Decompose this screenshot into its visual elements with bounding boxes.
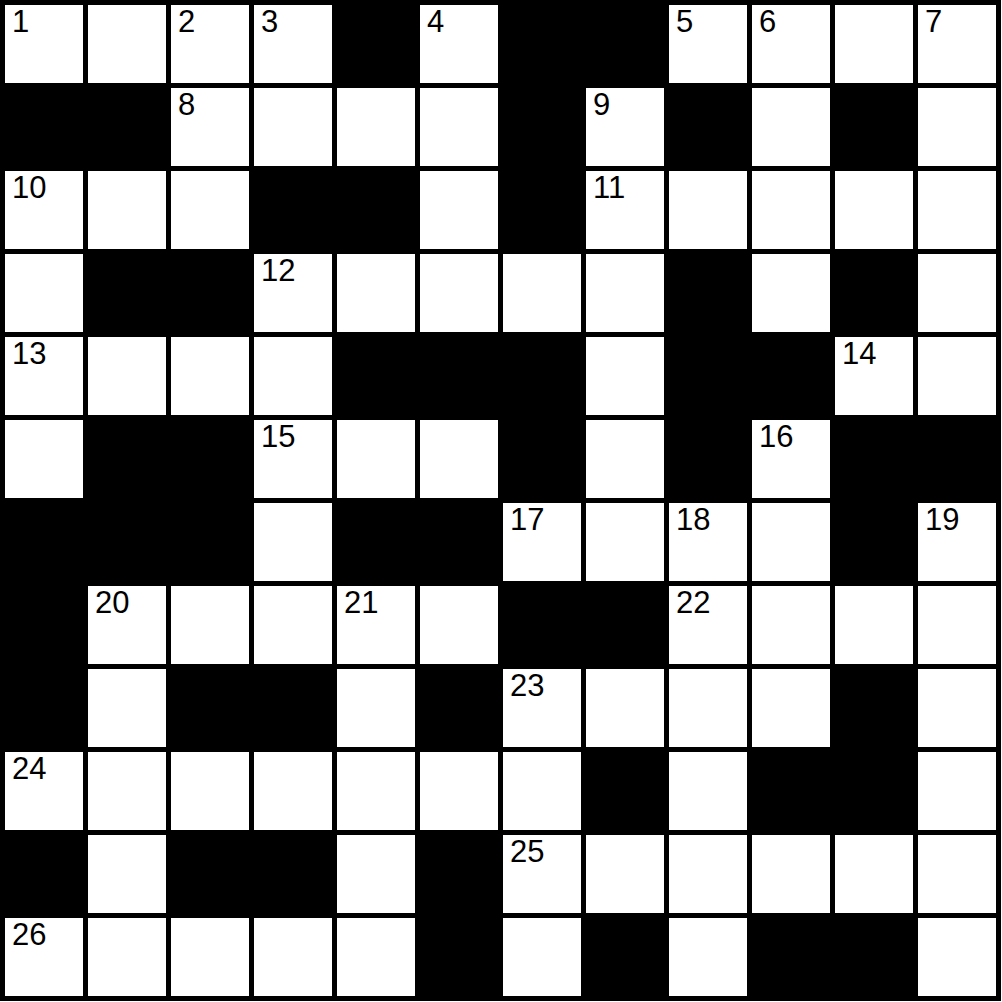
block-cell-r5-c1 (88, 420, 166, 498)
grid-cell-r0-c5[interactable]: 4 (420, 5, 498, 83)
block-cell-r1-c6 (503, 88, 581, 166)
block-cell-r8-c2 (171, 669, 249, 747)
clue-number-4: 4 (427, 6, 444, 39)
block-cell-r10-c5 (420, 835, 498, 913)
block-cell-r8-c10 (835, 669, 913, 747)
grid-cell-r3-c6[interactable] (503, 254, 581, 332)
block-cell-r4-c6 (503, 337, 581, 415)
block-cell-r5-c8 (669, 420, 747, 498)
clue-number-1: 1 (12, 6, 29, 39)
grid-cell-r9-c4[interactable] (337, 752, 415, 830)
block-cell-r6-c4 (337, 503, 415, 581)
clue-number-11: 11 (593, 172, 625, 205)
block-cell-r10-c3 (254, 835, 332, 913)
grid-cell-r3-c11[interactable] (918, 254, 996, 332)
clue-number-17: 17 (510, 504, 544, 537)
grid-cell-r5-c4[interactable] (337, 420, 415, 498)
block-cell-r7-c0 (5, 586, 83, 664)
grid-cell-r4-c10[interactable]: 14 (835, 337, 913, 415)
clue-number-15: 15 (261, 421, 295, 454)
grid-cell-r8-c4[interactable] (337, 669, 415, 747)
block-cell-r3-c2 (171, 254, 249, 332)
grid-cell-r2-c5[interactable] (420, 171, 498, 249)
block-cell-r2-c3 (254, 171, 332, 249)
clue-number-26: 26 (12, 919, 46, 952)
grid-cell-r4-c7[interactable] (586, 337, 664, 415)
grid-cell-r11-c6[interactable] (503, 918, 581, 996)
grid-cell-r0-c11[interactable]: 7 (918, 5, 996, 83)
grid-cell-r7-c5[interactable] (420, 586, 498, 664)
grid-cell-r5-c7[interactable] (586, 420, 664, 498)
grid-cell-r3-c7[interactable] (586, 254, 664, 332)
grid-cell-r0-c1[interactable] (88, 5, 166, 83)
grid-cell-r2-c10[interactable] (835, 171, 913, 249)
clue-number-25: 25 (510, 836, 544, 869)
grid-cell-r4-c0[interactable]: 13 (5, 337, 83, 415)
grid-cell-r2-c8[interactable] (669, 171, 747, 249)
grid-cell-r1-c7[interactable]: 9 (586, 88, 664, 166)
grid-cell-r2-c1[interactable] (88, 171, 166, 249)
clue-number-24: 24 (12, 753, 46, 786)
grid-cell-r4-c1[interactable] (88, 337, 166, 415)
grid-cell-r4-c11[interactable] (918, 337, 996, 415)
block-cell-r5-c2 (171, 420, 249, 498)
clue-number-20: 20 (95, 587, 129, 620)
grid-cell-r11-c1[interactable] (88, 918, 166, 996)
block-cell-r5-c6 (503, 420, 581, 498)
grid-cell-r9-c2[interactable] (171, 752, 249, 830)
block-cell-r8-c3 (254, 669, 332, 747)
grid-cell-r10-c1[interactable] (88, 835, 166, 913)
block-cell-r11-c7 (586, 918, 664, 996)
grid-cell-r11-c8[interactable] (669, 918, 747, 996)
grid-cell-r7-c8[interactable]: 22 (669, 586, 747, 664)
grid-cell-r8-c1[interactable] (88, 669, 166, 747)
clue-number-16: 16 (759, 421, 793, 454)
block-cell-r7-c6 (503, 586, 581, 664)
grid-cell-r10-c6[interactable]: 25 (503, 835, 581, 913)
block-cell-r6-c1 (88, 503, 166, 581)
grid-cell-r10-c10[interactable] (835, 835, 913, 913)
block-cell-r1-c10 (835, 88, 913, 166)
clue-number-13: 13 (12, 338, 46, 371)
grid-cell-r6-c6[interactable]: 17 (503, 503, 581, 581)
clue-number-18: 18 (676, 504, 710, 537)
grid-cell-r11-c11[interactable] (918, 918, 996, 996)
grid-cell-r4-c3[interactable] (254, 337, 332, 415)
clue-number-7: 7 (925, 6, 942, 39)
block-cell-r2-c4 (337, 171, 415, 249)
block-cell-r0-c6 (503, 5, 581, 83)
grid-cell-r6-c9[interactable] (752, 503, 830, 581)
block-cell-r4-c4 (337, 337, 415, 415)
block-cell-r6-c10 (835, 503, 913, 581)
grid-cell-r10-c11[interactable] (918, 835, 996, 913)
grid-cell-r0-c10[interactable] (835, 5, 913, 83)
block-cell-r2-c6 (503, 171, 581, 249)
grid-cell-r2-c2[interactable] (171, 171, 249, 249)
grid-cell-r7-c3[interactable] (254, 586, 332, 664)
grid-cell-r7-c4[interactable]: 21 (337, 586, 415, 664)
grid-cell-r5-c3[interactable]: 15 (254, 420, 332, 498)
grid-cell-r7-c2[interactable] (171, 586, 249, 664)
grid-cell-r6-c7[interactable] (586, 503, 664, 581)
clue-number-21: 21 (344, 587, 378, 620)
grid-cell-r10-c4[interactable] (337, 835, 415, 913)
grid-cell-r11-c2[interactable] (171, 918, 249, 996)
block-cell-r1-c8 (669, 88, 747, 166)
block-cell-r6-c5 (420, 503, 498, 581)
block-cell-r9-c10 (835, 752, 913, 830)
grid-cell-r4-c2[interactable] (171, 337, 249, 415)
block-cell-r3-c10 (835, 254, 913, 332)
clue-number-19: 19 (925, 504, 959, 537)
block-cell-r11-c9 (752, 918, 830, 996)
block-cell-r8-c0 (5, 669, 83, 747)
block-cell-r6-c0 (5, 503, 83, 581)
grid-cell-r8-c7[interactable] (586, 669, 664, 747)
grid-cell-r7-c11[interactable] (918, 586, 996, 664)
block-cell-r9-c7 (586, 752, 664, 830)
block-cell-r7-c7 (586, 586, 664, 664)
grid-cell-r7-c10[interactable] (835, 586, 913, 664)
grid-cell-r9-c11[interactable] (918, 752, 996, 830)
grid-cell-r8-c6[interactable]: 23 (503, 669, 581, 747)
clue-number-12: 12 (261, 255, 295, 288)
grid-cell-r1-c4[interactable] (337, 88, 415, 166)
grid-cell-r5-c0[interactable] (5, 420, 83, 498)
grid-cell-r6-c11[interactable]: 19 (918, 503, 996, 581)
clue-number-3: 3 (261, 6, 278, 39)
block-cell-r5-c11 (918, 420, 996, 498)
block-cell-r5-c10 (835, 420, 913, 498)
clue-number-6: 6 (759, 6, 776, 39)
grid-cell-r10-c9[interactable] (752, 835, 830, 913)
block-cell-r6-c2 (171, 503, 249, 581)
grid-cell-r0-c0[interactable]: 1 (5, 5, 83, 83)
block-cell-r1-c0 (5, 88, 83, 166)
block-cell-r0-c4 (337, 5, 415, 83)
grid-cell-r7-c1[interactable]: 20 (88, 586, 166, 664)
grid-cell-r8-c8[interactable] (669, 669, 747, 747)
block-cell-r4-c5 (420, 337, 498, 415)
grid-cell-r9-c8[interactable] (669, 752, 747, 830)
grid-cell-r1-c3[interactable] (254, 88, 332, 166)
grid-cell-r2-c0[interactable]: 10 (5, 171, 83, 249)
grid-cell-r9-c5[interactable] (420, 752, 498, 830)
grid-cell-r11-c4[interactable] (337, 918, 415, 996)
block-cell-r3-c1 (88, 254, 166, 332)
grid-cell-r6-c8[interactable]: 18 (669, 503, 747, 581)
clue-number-5: 5 (676, 6, 693, 39)
grid-cell-r1-c2[interactable]: 8 (171, 88, 249, 166)
grid-cell-r0-c8[interactable]: 5 (669, 5, 747, 83)
grid-cell-r8-c9[interactable] (752, 669, 830, 747)
block-cell-r1-c1 (88, 88, 166, 166)
clue-number-9: 9 (593, 89, 610, 122)
grid-cell-r11-c0[interactable]: 26 (5, 918, 83, 996)
grid-cell-r9-c0[interactable]: 24 (5, 752, 83, 830)
grid-cell-r11-c3[interactable] (254, 918, 332, 996)
clue-number-2: 2 (178, 6, 195, 39)
block-cell-r10-c2 (171, 835, 249, 913)
grid-cell-r10-c8[interactable] (669, 835, 747, 913)
grid-cell-r1-c9[interactable] (752, 88, 830, 166)
block-cell-r0-c7 (586, 5, 664, 83)
grid-cell-r8-c11[interactable] (918, 669, 996, 747)
grid-cell-r7-c9[interactable] (752, 586, 830, 664)
grid-cell-r0-c9[interactable]: 6 (752, 5, 830, 83)
block-cell-r3-c8 (669, 254, 747, 332)
grid-cell-r1-c11[interactable] (918, 88, 996, 166)
grid-cell-r3-c5[interactable] (420, 254, 498, 332)
clue-number-22: 22 (676, 587, 710, 620)
block-cell-r4-c9 (752, 337, 830, 415)
grid-cell-r0-c3[interactable]: 3 (254, 5, 332, 83)
block-cell-r4-c8 (669, 337, 747, 415)
grid-cell-r9-c1[interactable] (88, 752, 166, 830)
clue-number-23: 23 (510, 670, 544, 703)
block-cell-r9-c9 (752, 752, 830, 830)
grid-cell-r3-c0[interactable] (5, 254, 83, 332)
clue-number-8: 8 (178, 89, 195, 122)
grid-cell-r10-c7[interactable] (586, 835, 664, 913)
grid-cell-r2-c7[interactable]: 11 (586, 171, 664, 249)
block-cell-r10-c0 (5, 835, 83, 913)
grid-cell-r3-c4[interactable] (337, 254, 415, 332)
clue-number-14: 14 (842, 338, 876, 371)
grid-cell-r2-c11[interactable] (918, 171, 996, 249)
grid-cell-r9-c3[interactable] (254, 752, 332, 830)
block-cell-r11-c5 (420, 918, 498, 996)
grid-cell-r5-c9[interactable]: 16 (752, 420, 830, 498)
crossword-board: 1234567891011121314151617181920212223242… (0, 0, 1001, 1001)
block-cell-r11-c10 (835, 918, 913, 996)
grid-cell-r6-c3[interactable] (254, 503, 332, 581)
grid-cell-r3-c9[interactable] (752, 254, 830, 332)
grid-cell-r2-c9[interactable] (752, 171, 830, 249)
clue-number-10: 10 (12, 172, 46, 205)
grid-cell-r3-c3[interactable]: 12 (254, 254, 332, 332)
block-cell-r8-c5 (420, 669, 498, 747)
grid-cell-r1-c5[interactable] (420, 88, 498, 166)
grid-cell-r9-c6[interactable] (503, 752, 581, 830)
grid-cell-r5-c5[interactable] (420, 420, 498, 498)
grid-cell-r0-c2[interactable]: 2 (171, 5, 249, 83)
